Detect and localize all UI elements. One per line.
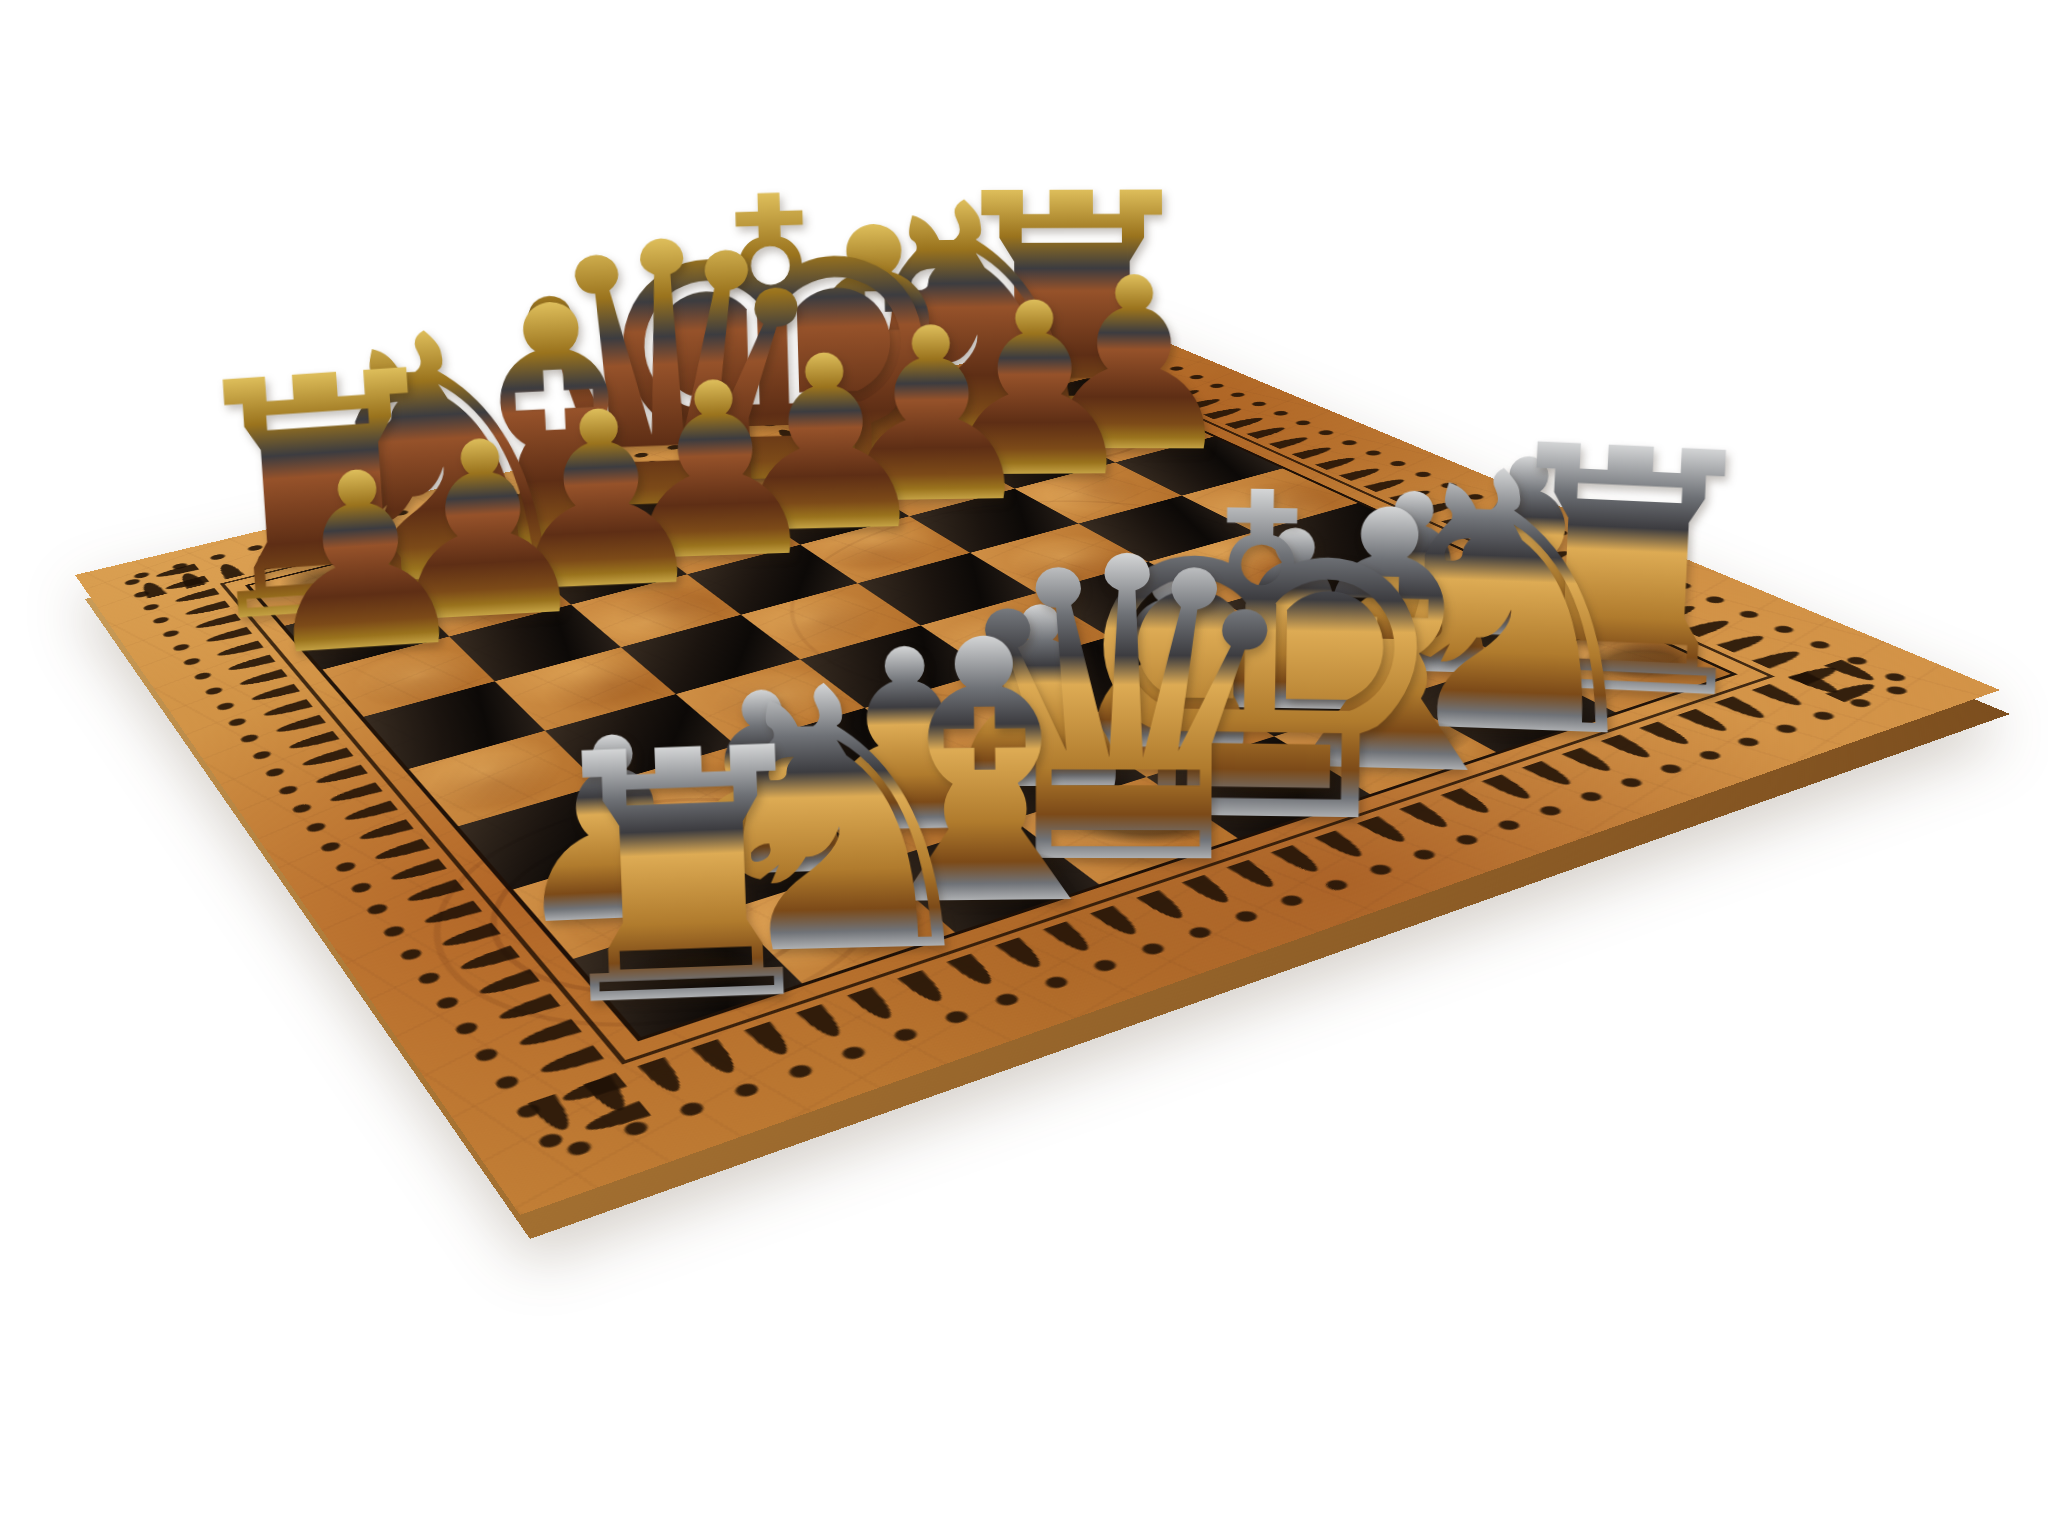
product-photo: ♜♞♝♛♚♝♞♜♟♟♟♟♟♟♟♟♟♟♟♟♟♟♟♟♜♞♝♛♚♝♞♜ bbox=[0, 0, 2048, 1538]
piece-black-pawn-a7: ♟ bbox=[245, 435, 478, 691]
pieces-layer: ♜♞♝♛♚♝♞♜♟♟♟♟♟♟♟♟♟♟♟♟♟♟♟♟♜♞♝♛♚♝♞♜ bbox=[0, 0, 2048, 1538]
piece-white-rook-a1: ♜ bbox=[523, 701, 843, 1055]
